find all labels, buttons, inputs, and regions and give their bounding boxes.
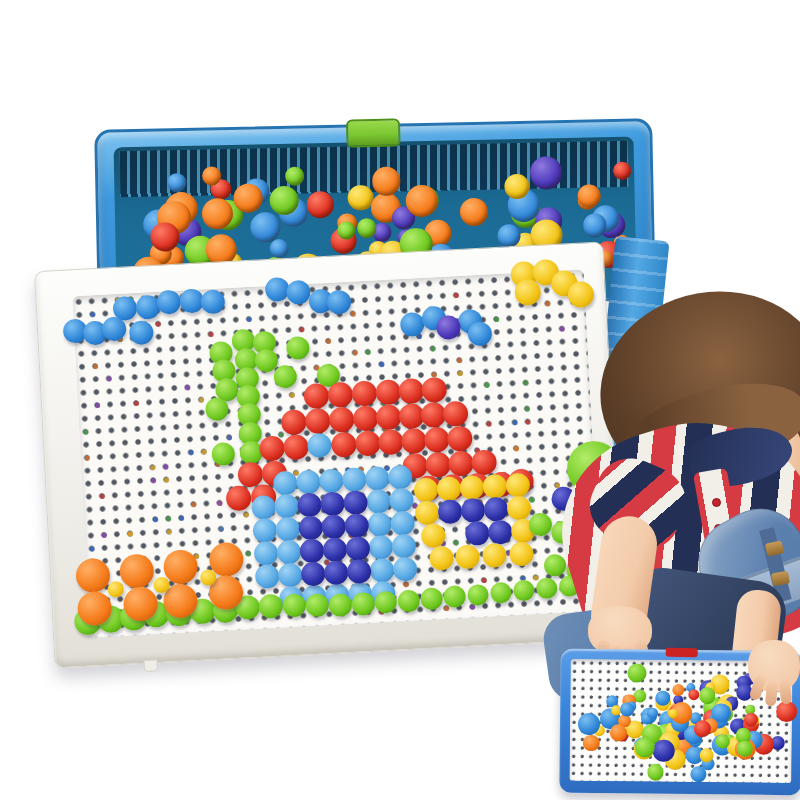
hole-speck: [201, 449, 206, 454]
peg-green[interactable]: [273, 364, 297, 388]
peg-blue[interactable]: [200, 289, 225, 314]
front-board-peg[interactable]: [653, 740, 675, 762]
hole-speck: [352, 350, 357, 355]
product-photo: [0, 0, 800, 800]
peg-yellow[interactable]: [107, 581, 124, 598]
peg-red[interactable]: [375, 404, 401, 430]
peg-red[interactable]: [225, 485, 251, 511]
hole-speck: [217, 500, 222, 505]
hole-speck: [191, 502, 196, 507]
peg-lightblue[interactable]: [275, 517, 300, 542]
front-board-peg[interactable]: [647, 764, 664, 781]
peg-red[interactable]: [352, 405, 378, 431]
peg-red[interactable]: [327, 381, 353, 407]
tray-peg[interactable]: [306, 191, 334, 219]
peg-navy[interactable]: [345, 536, 370, 561]
peg-navy[interactable]: [488, 520, 513, 545]
pegboard-foot: [143, 659, 158, 672]
hole-speck: [185, 385, 190, 390]
peg-orange[interactable]: [75, 558, 111, 594]
hole-speck: [83, 429, 88, 434]
hole-speck: [299, 327, 304, 332]
hole-speck: [559, 326, 564, 331]
peg-green[interactable]: [328, 593, 352, 617]
front-board-peg[interactable]: [583, 735, 599, 751]
tray-peg[interactable]: [150, 222, 180, 252]
front-board-peg[interactable]: [691, 766, 707, 782]
tray-peg[interactable]: [405, 184, 438, 217]
hole-speck: [246, 316, 251, 321]
hole-speck: [133, 400, 138, 405]
peg-green[interactable]: [282, 593, 306, 617]
hole-speck: [444, 605, 449, 610]
front-board-peg[interactable]: [655, 691, 670, 706]
hole-speck: [155, 321, 160, 326]
tray-peg[interactable]: [269, 239, 288, 258]
peg-purple[interactable]: [436, 315, 461, 340]
tray-peg[interactable]: [372, 167, 401, 196]
tray-peg[interactable]: [201, 198, 233, 230]
hole-speck: [188, 450, 193, 455]
hole-speck: [493, 316, 498, 321]
hole-speck: [152, 517, 157, 522]
peg-green[interactable]: [489, 581, 511, 603]
peg-lightblue[interactable]: [367, 512, 392, 537]
peg-blue[interactable]: [102, 316, 127, 341]
front-board-peg[interactable]: [672, 684, 684, 696]
peg-red[interactable]: [446, 425, 472, 451]
peg-yellow[interactable]: [506, 496, 531, 521]
hole-speck: [486, 421, 491, 426]
peg-green[interactable]: [204, 397, 228, 421]
peg-yellow[interactable]: [482, 543, 507, 568]
peg-lightblue[interactable]: [274, 494, 299, 519]
peg-navy[interactable]: [465, 521, 490, 546]
peg-navy[interactable]: [301, 561, 326, 586]
hole-speck: [289, 392, 294, 397]
hole-speck: [92, 363, 97, 368]
hole-speck: [529, 497, 534, 502]
hole-speck: [226, 435, 231, 440]
hole-speck: [365, 349, 370, 354]
hole-speck: [101, 532, 106, 537]
peg-yellow[interactable]: [455, 544, 480, 569]
peg-lightblue[interactable]: [253, 541, 278, 566]
tray-peg[interactable]: [202, 166, 221, 185]
hole-speck: [198, 397, 203, 402]
peg-yellow[interactable]: [505, 473, 530, 498]
tray-peg[interactable]: [233, 183, 263, 213]
peg-red[interactable]: [470, 449, 496, 475]
front-board-peg[interactable]: [647, 707, 658, 718]
front-board-peg[interactable]: [694, 720, 711, 737]
tray-latch[interactable]: [346, 118, 401, 147]
hole-speck: [430, 346, 435, 351]
peg-green[interactable]: [512, 579, 534, 601]
peg-green[interactable]: [397, 589, 420, 612]
peg-yellow[interactable]: [514, 279, 541, 306]
peg-lightblue[interactable]: [296, 470, 321, 495]
hole-speck: [512, 420, 517, 425]
peg-red[interactable]: [442, 400, 468, 426]
peg-navy[interactable]: [324, 560, 349, 585]
peg-lightblue[interactable]: [251, 495, 276, 520]
peg-lightblue[interactable]: [255, 564, 280, 589]
front-board-peg[interactable]: [627, 663, 647, 683]
front-board-peg[interactable]: [776, 701, 797, 722]
hole-speck: [208, 331, 213, 336]
peg-red[interactable]: [424, 451, 450, 477]
peg-lightblue[interactable]: [389, 488, 414, 513]
peg-red[interactable]: [375, 379, 401, 405]
peg-navy[interactable]: [347, 559, 372, 584]
peg-red[interactable]: [447, 450, 473, 476]
hole-speck: [84, 455, 89, 460]
hole-speck: [218, 526, 223, 531]
peg-navy[interactable]: [460, 498, 485, 523]
hole-speck: [403, 582, 408, 587]
peg-lightblue[interactable]: [366, 489, 391, 514]
front-board-peg[interactable]: [620, 703, 633, 716]
peg-red[interactable]: [328, 406, 354, 432]
peg-green[interactable]: [285, 335, 309, 359]
front-board-peg[interactable]: [578, 713, 600, 735]
hole-speck: [90, 312, 95, 317]
peg-green[interactable]: [528, 512, 552, 536]
hole-speck: [453, 293, 458, 298]
peg-navy[interactable]: [297, 492, 322, 517]
peg-lightblue[interactable]: [392, 557, 417, 582]
peg-green[interactable]: [211, 441, 235, 465]
hole-speck: [431, 372, 436, 377]
peg-navy[interactable]: [322, 537, 347, 562]
peg-yellow[interactable]: [509, 541, 534, 566]
pegboard-hole-grid[interactable]: [72, 269, 601, 637]
hole-speck: [163, 464, 168, 469]
peg-red[interactable]: [237, 461, 263, 487]
peg-blue[interactable]: [156, 290, 181, 315]
shirt-button: [712, 498, 721, 507]
peg-blue[interactable]: [286, 280, 311, 305]
hole-speck: [457, 357, 462, 362]
peg-navy[interactable]: [299, 538, 324, 563]
hole-speck: [89, 546, 94, 551]
peg-green[interactable]: [374, 591, 397, 614]
peg-lightblue[interactable]: [307, 433, 332, 458]
front-pegboard-latch[interactable]: [666, 648, 698, 657]
peg-lightblue[interactable]: [278, 563, 303, 588]
peg-lightblue[interactable]: [276, 540, 301, 565]
peg-lightblue[interactable]: [388, 465, 413, 490]
tray-peg[interactable]: [348, 185, 374, 211]
peg-red[interactable]: [398, 377, 424, 403]
hole-speck: [163, 477, 168, 482]
peg-red[interactable]: [330, 431, 356, 457]
peg-lightblue[interactable]: [273, 471, 298, 496]
peg-navy[interactable]: [343, 490, 368, 515]
hole-speck: [523, 380, 528, 385]
hole-speck: [525, 419, 530, 424]
peg-navy[interactable]: [438, 499, 463, 524]
hole-speck: [325, 338, 330, 343]
hole-speck: [243, 512, 248, 517]
front-board-peg[interactable]: [700, 748, 714, 762]
front-board-peg[interactable]: [668, 709, 678, 719]
peg-red[interactable]: [303, 382, 329, 408]
peg-red[interactable]: [282, 434, 308, 460]
tray-peg[interactable]: [578, 185, 601, 208]
peg-orange[interactable]: [119, 553, 155, 589]
peg-green[interactable]: [544, 554, 567, 577]
peg-green[interactable]: [351, 591, 375, 615]
hole-speck: [99, 493, 104, 498]
peg-navy[interactable]: [483, 497, 508, 522]
tray-peg[interactable]: [250, 212, 281, 243]
peg-green[interactable]: [420, 587, 443, 610]
peg-red[interactable]: [304, 407, 330, 433]
hole-speck: [106, 376, 111, 381]
hole-speck: [513, 446, 518, 451]
tray-peg[interactable]: [613, 161, 631, 179]
peg-lightblue[interactable]: [319, 468, 344, 493]
hole-speck: [484, 382, 489, 387]
hole-speck: [165, 516, 170, 521]
peg-lightblue[interactable]: [252, 518, 277, 543]
peg-red[interactable]: [280, 409, 306, 435]
peg-red[interactable]: [258, 435, 284, 461]
peg-green[interactable]: [254, 348, 278, 372]
tray-peg[interactable]: [530, 156, 563, 189]
peg-green[interactable]: [258, 594, 283, 619]
peg-navy[interactable]: [344, 513, 369, 538]
hole-speck: [150, 465, 155, 470]
hole-speck: [379, 362, 384, 367]
hole-speck: [545, 301, 550, 306]
peg-red[interactable]: [377, 429, 403, 455]
hole-speck: [245, 551, 250, 556]
peg-lightblue[interactable]: [342, 467, 367, 492]
tray-peg[interactable]: [167, 173, 186, 192]
peg-lightblue[interactable]: [390, 511, 415, 536]
hole-speck: [481, 577, 486, 582]
peg-blue[interactable]: [326, 290, 351, 315]
peg-red[interactable]: [421, 376, 447, 402]
hole-speck: [457, 370, 462, 375]
peg-lightblue[interactable]: [368, 535, 393, 560]
peg-navy[interactable]: [321, 514, 346, 539]
front-board-peg[interactable]: [716, 734, 730, 748]
peg-lightblue[interactable]: [391, 534, 416, 559]
peg-lightblue[interactable]: [369, 558, 394, 583]
hole-speck: [278, 432, 283, 437]
front-board-peg[interactable]: [744, 712, 758, 726]
tray-peg[interactable]: [285, 166, 305, 186]
hole-speck: [524, 406, 529, 411]
peg-green[interactable]: [535, 577, 557, 599]
peg-red[interactable]: [423, 426, 449, 452]
peg-yellow[interactable]: [567, 281, 594, 308]
front-board-peg[interactable]: [688, 689, 699, 700]
tray-peg[interactable]: [460, 198, 488, 226]
peg-blue[interactable]: [467, 321, 492, 346]
peg-yellow[interactable]: [429, 546, 454, 571]
hole-speck: [453, 540, 458, 545]
hole-speck: [178, 515, 183, 520]
hole-speck: [150, 478, 155, 483]
hole-speck: [533, 575, 538, 580]
pegboard[interactable]: [34, 241, 624, 668]
tray-peg[interactable]: [337, 221, 355, 239]
tray-peg[interactable]: [357, 218, 377, 238]
peg-green[interactable]: [443, 585, 466, 608]
hole-speck: [127, 531, 132, 536]
peg-blue[interactable]: [129, 320, 154, 345]
peg-green[interactable]: [466, 583, 488, 605]
peg-navy[interactable]: [298, 515, 323, 540]
peg-yellow[interactable]: [415, 500, 440, 525]
peg-lightblue[interactable]: [365, 466, 390, 491]
front-board-peg[interactable]: [699, 688, 716, 705]
peg-red[interactable]: [354, 430, 380, 456]
front-board-peg[interactable]: [611, 706, 621, 716]
hole-speck: [350, 311, 355, 316]
peg-navy[interactable]: [320, 491, 345, 516]
hole-speck: [94, 402, 99, 407]
hole-speck: [166, 529, 171, 534]
peg-red[interactable]: [351, 380, 377, 406]
peg-green[interactable]: [305, 593, 329, 617]
peg-red[interactable]: [400, 427, 426, 453]
front-board-peg[interactable]: [634, 738, 654, 758]
